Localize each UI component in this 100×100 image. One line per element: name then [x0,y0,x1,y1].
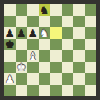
square-g7[interactable] [73,16,85,28]
square-d5[interactable] [39,39,51,51]
piece-black-king[interactable]: ♚ [5,39,14,50]
square-e4[interactable] [50,50,62,62]
square-g6[interactable] [73,27,85,39]
square-b1[interactable] [16,85,28,97]
square-b3[interactable]: ♚ [16,62,28,74]
piece-black-knight[interactable]: ♞ [40,4,49,15]
square-e6[interactable] [50,27,62,39]
square-f4[interactable] [62,50,74,62]
square-e8[interactable] [50,4,62,16]
square-e2[interactable] [50,73,62,85]
square-g4[interactable] [73,50,85,62]
square-a7[interactable] [4,16,16,28]
square-c7[interactable] [27,16,39,28]
square-d4[interactable] [39,50,51,62]
piece-white-knight[interactable]: ♞ [40,27,49,38]
square-f7[interactable] [62,16,74,28]
piece-black-pawn[interactable]: ♟ [17,27,26,38]
square-f1[interactable] [62,85,74,97]
square-e3[interactable] [50,62,62,74]
square-f2[interactable] [62,73,74,85]
square-a5[interactable]: ♚ [4,39,16,51]
square-e1[interactable] [50,85,62,97]
board-frame: ♞♟♟♟♞♚♝♚♟ [0,0,100,100]
square-b4[interactable] [16,50,28,62]
square-c2[interactable] [27,73,39,85]
square-c6[interactable]: ♟ [27,27,39,39]
square-d1[interactable] [39,85,51,97]
square-h4[interactable] [85,50,97,62]
square-c1[interactable] [27,85,39,97]
square-h2[interactable] [85,73,97,85]
square-h1[interactable] [85,85,97,97]
chess-board: ♞♟♟♟♞♚♝♚♟ [4,4,96,96]
square-d7[interactable] [39,16,51,28]
square-b7[interactable] [16,16,28,28]
square-f5[interactable] [62,39,74,51]
square-e5[interactable] [50,39,62,51]
square-a3[interactable] [4,62,16,74]
square-d2[interactable] [39,73,51,85]
piece-white-pawn[interactable]: ♟ [5,73,14,84]
square-h5[interactable] [85,39,97,51]
square-d8[interactable]: ♞ [39,4,51,16]
square-f8[interactable] [62,4,74,16]
square-b8[interactable] [16,4,28,16]
square-b2[interactable] [16,73,28,85]
square-b5[interactable] [16,39,28,51]
square-f3[interactable] [62,62,74,74]
square-a8[interactable] [4,4,16,16]
square-d6[interactable]: ♞ [39,27,51,39]
piece-white-bishop[interactable]: ♝ [28,50,37,61]
square-a1[interactable] [4,85,16,97]
square-g5[interactable] [73,39,85,51]
square-g3[interactable] [73,62,85,74]
square-c5[interactable] [27,39,39,51]
square-h3[interactable] [85,62,97,74]
square-h8[interactable] [85,4,97,16]
square-c4[interactable]: ♝ [27,50,39,62]
square-b6[interactable]: ♟ [16,27,28,39]
square-a2[interactable]: ♟ [4,73,16,85]
square-a4[interactable] [4,50,16,62]
square-e7[interactable] [50,16,62,28]
square-c8[interactable] [27,4,39,16]
square-h7[interactable] [85,16,97,28]
piece-black-pawn[interactable]: ♟ [28,27,37,38]
square-a6[interactable]: ♟ [4,27,16,39]
square-d3[interactable] [39,62,51,74]
square-g8[interactable] [73,4,85,16]
square-f6[interactable] [62,27,74,39]
square-g2[interactable] [73,73,85,85]
piece-white-king[interactable]: ♚ [17,62,26,73]
piece-black-pawn[interactable]: ♟ [5,27,14,38]
square-c3[interactable] [27,62,39,74]
square-h6[interactable] [85,27,97,39]
square-g1[interactable] [73,85,85,97]
